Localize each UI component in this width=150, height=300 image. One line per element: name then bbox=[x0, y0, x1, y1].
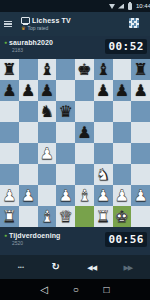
square-g8[interactable] bbox=[113, 59, 132, 80]
square-c2[interactable] bbox=[38, 185, 57, 206]
square-g3[interactable] bbox=[113, 164, 132, 185]
square-f7[interactable]: ♟ bbox=[94, 80, 113, 101]
bottom-player-clock: 00:56 bbox=[105, 232, 147, 247]
chess-board[interactable]: ♜♝♚♝♜♟♟♟♟♟♟♞♛♟♟♞♟♟♟♝♟♟♟♜♝♛♜♚ bbox=[0, 59, 150, 227]
status-bar: 10:44 bbox=[0, 0, 150, 12]
control-bar: ••• ↻ ◀◀ ▶▶ bbox=[0, 255, 150, 279]
square-c3[interactable] bbox=[38, 164, 57, 185]
bottom-player-name: Tijdverdoening bbox=[9, 232, 60, 239]
square-b6[interactable] bbox=[19, 101, 38, 122]
nav-recents-icon[interactable]: □ bbox=[104, 285, 110, 295]
square-f8[interactable]: ♝ bbox=[94, 59, 113, 80]
top-player-clock: 00:52 bbox=[105, 39, 147, 54]
square-e3[interactable] bbox=[75, 164, 94, 185]
square-d7[interactable] bbox=[56, 80, 75, 101]
nav-back-icon[interactable]: ◁ bbox=[40, 285, 48, 295]
battery-icon bbox=[128, 3, 132, 10]
tv-icon bbox=[21, 17, 30, 24]
black-pawn: ♟ bbox=[75, 122, 94, 143]
square-h2[interactable]: ♟ bbox=[131, 185, 150, 206]
online-dot-icon: ● bbox=[4, 40, 7, 45]
square-e4[interactable] bbox=[75, 143, 94, 164]
square-d4[interactable] bbox=[56, 143, 75, 164]
white-rook: ♜ bbox=[0, 206, 19, 227]
hamburger-menu-icon[interactable] bbox=[3, 18, 15, 30]
black-pawn: ♟ bbox=[0, 80, 19, 101]
nav-home-icon[interactable]: ○ bbox=[73, 285, 79, 295]
black-rook: ♜ bbox=[131, 59, 150, 80]
white-pawn: ♟ bbox=[94, 185, 113, 206]
white-pawn: ♟ bbox=[113, 185, 132, 206]
square-f6[interactable] bbox=[94, 101, 113, 122]
white-pawn: ♟ bbox=[38, 143, 57, 164]
square-a4[interactable] bbox=[0, 143, 19, 164]
black-pawn: ♟ bbox=[113, 80, 132, 101]
forward-icon[interactable]: ▶▶ bbox=[123, 264, 132, 271]
android-nav-bar: ◁ ○ □ bbox=[0, 279, 150, 300]
sync-icon[interactable]: ↻ bbox=[51, 262, 59, 272]
square-g5[interactable] bbox=[113, 122, 132, 143]
square-d6[interactable]: ♛ bbox=[56, 101, 75, 122]
wifi-icon bbox=[109, 4, 115, 9]
square-g4[interactable] bbox=[113, 143, 132, 164]
rewind-icon[interactable]: ◀◀ bbox=[87, 264, 96, 271]
square-b8[interactable] bbox=[19, 59, 38, 80]
square-g2[interactable]: ♟ bbox=[113, 185, 132, 206]
online-dot-icon: ● bbox=[4, 233, 7, 238]
top-player-name: saurabh2020 bbox=[9, 39, 53, 46]
square-b5[interactable] bbox=[19, 122, 38, 143]
square-e2[interactable]: ♝ bbox=[75, 185, 94, 206]
white-bishop: ♝ bbox=[75, 185, 94, 206]
square-d3[interactable] bbox=[56, 164, 75, 185]
square-h4[interactable] bbox=[131, 143, 150, 164]
square-a2[interactable]: ♟ bbox=[0, 185, 19, 206]
square-g6[interactable] bbox=[113, 101, 132, 122]
square-a6[interactable] bbox=[0, 101, 19, 122]
black-rook: ♜ bbox=[0, 59, 19, 80]
white-rook: ♜ bbox=[94, 206, 113, 227]
white-queen: ♛ bbox=[56, 206, 75, 227]
square-f1[interactable]: ♜ bbox=[94, 206, 113, 227]
square-c5[interactable] bbox=[38, 122, 57, 143]
square-d5[interactable] bbox=[56, 122, 75, 143]
more-options-icon[interactable]: ••• bbox=[18, 264, 24, 270]
square-b2[interactable]: ♟ bbox=[19, 185, 38, 206]
black-bishop: ♝ bbox=[94, 59, 113, 80]
black-pawn: ♟ bbox=[19, 80, 38, 101]
square-b1[interactable] bbox=[19, 206, 38, 227]
black-bishop: ♝ bbox=[38, 59, 57, 80]
black-king: ♚ bbox=[75, 59, 94, 80]
square-d2[interactable]: ♟ bbox=[56, 185, 75, 206]
page-title: Lichess TV bbox=[32, 17, 71, 24]
black-pawn: ♟ bbox=[94, 80, 113, 101]
white-pawn: ♟ bbox=[131, 185, 150, 206]
square-c8[interactable]: ♝ bbox=[38, 59, 57, 80]
square-g7[interactable]: ♟ bbox=[113, 80, 132, 101]
square-c7[interactable]: ♟ bbox=[38, 80, 57, 101]
square-b7[interactable]: ♟ bbox=[19, 80, 38, 101]
bottom-player-bar[interactable]: ● Tijdverdoening 2520 00:56 bbox=[0, 227, 150, 255]
square-d8[interactable] bbox=[56, 59, 75, 80]
square-a5[interactable] bbox=[0, 122, 19, 143]
square-h5[interactable] bbox=[131, 122, 150, 143]
square-h8[interactable]: ♜ bbox=[131, 59, 150, 80]
square-f4[interactable] bbox=[94, 143, 113, 164]
status-time: 10:44 bbox=[136, 3, 150, 9]
square-c4[interactable]: ♟ bbox=[38, 143, 57, 164]
white-bishop: ♝ bbox=[38, 206, 57, 227]
square-b3[interactable] bbox=[19, 164, 38, 185]
square-f3[interactable]: ♞ bbox=[94, 164, 113, 185]
square-h6[interactable] bbox=[131, 101, 150, 122]
tv-channels-icon[interactable] bbox=[129, 18, 139, 28]
square-c6[interactable]: ♞ bbox=[38, 101, 57, 122]
square-e8[interactable]: ♚ bbox=[75, 59, 94, 80]
square-e1[interactable] bbox=[75, 206, 94, 227]
channel-subtitle: Top rated bbox=[27, 26, 48, 31]
square-a1[interactable]: ♜ bbox=[0, 206, 19, 227]
white-pawn: ♟ bbox=[19, 185, 38, 206]
white-knight: ♞ bbox=[94, 164, 113, 185]
square-f2[interactable]: ♟ bbox=[94, 185, 113, 206]
black-knight: ♞ bbox=[38, 101, 57, 122]
square-c1[interactable]: ♝ bbox=[38, 206, 57, 227]
black-pawn: ♟ bbox=[38, 80, 57, 101]
white-king: ♚ bbox=[113, 206, 132, 227]
square-a7[interactable]: ♟ bbox=[0, 80, 19, 101]
square-b4[interactable] bbox=[19, 143, 38, 164]
square-f5[interactable] bbox=[94, 122, 113, 143]
square-a8[interactable]: ♜ bbox=[0, 59, 19, 80]
black-queen: ♛ bbox=[56, 101, 75, 122]
white-pawn: ♟ bbox=[56, 185, 75, 206]
crown-icon: ♛ bbox=[21, 26, 25, 31]
square-h3[interactable] bbox=[131, 164, 150, 185]
square-e5[interactable]: ♟ bbox=[75, 122, 94, 143]
square-d1[interactable]: ♛ bbox=[56, 206, 75, 227]
square-e7[interactable] bbox=[75, 80, 94, 101]
black-pawn: ♟ bbox=[131, 80, 150, 101]
square-h7[interactable]: ♟ bbox=[131, 80, 150, 101]
square-g1[interactable]: ♚ bbox=[113, 206, 132, 227]
square-e6[interactable] bbox=[75, 101, 94, 122]
top-player-bar[interactable]: ● saurabh2020 2183 00:52 bbox=[0, 36, 150, 59]
app-bar: Lichess TV ♛ Top rated bbox=[0, 12, 150, 36]
square-h1[interactable] bbox=[131, 206, 150, 227]
signal-icon bbox=[118, 4, 124, 9]
white-pawn: ♟ bbox=[0, 185, 19, 206]
square-a3[interactable] bbox=[0, 164, 19, 185]
